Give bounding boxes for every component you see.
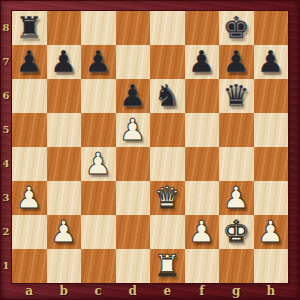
file-label-b: b <box>47 284 82 300</box>
square-d6[interactable]: ♟ <box>116 79 151 113</box>
square-f8[interactable] <box>185 11 220 45</box>
square-e5[interactable] <box>150 113 185 147</box>
square-f7[interactable]: ♟ <box>185 45 220 79</box>
white-king-piece: ♚ <box>219 215 254 249</box>
square-e2[interactable] <box>150 215 185 249</box>
square-e8[interactable] <box>150 11 185 45</box>
white-pawn-piece: ♟ <box>254 215 289 249</box>
white-pawn-piece: ♟ <box>219 181 254 215</box>
square-f5[interactable] <box>185 113 220 147</box>
black-pawn-piece: ♟ <box>185 45 220 79</box>
square-h8[interactable] <box>254 11 289 45</box>
chess-board: ♜♚♟♟♟♟♟♟♟♞♛♟♟♟♛♟♟♟♚♟♜ <box>12 11 288 283</box>
square-h4[interactable] <box>254 147 289 181</box>
square-f4[interactable] <box>185 147 220 181</box>
square-d1[interactable] <box>116 249 151 283</box>
square-b1[interactable] <box>47 249 82 283</box>
square-h3[interactable] <box>254 181 289 215</box>
black-knight-piece: ♞ <box>150 79 185 113</box>
rank-label-8: 8 <box>0 11 12 45</box>
square-a2[interactable] <box>12 215 47 249</box>
square-h1[interactable] <box>254 249 289 283</box>
file-label-h: h <box>254 284 289 300</box>
chess-board-frame: 87654321 abcdefgh ♜♚♟♟♟♟♟♟♟♞♛♟♟♟♛♟♟♟♚♟♜ <box>0 0 300 300</box>
file-labels: abcdefgh <box>12 284 288 300</box>
square-b4[interactable] <box>47 147 82 181</box>
file-label-g: g <box>219 284 254 300</box>
square-c2[interactable] <box>81 215 116 249</box>
square-c8[interactable] <box>81 11 116 45</box>
rank-label-4: 4 <box>0 147 12 181</box>
square-c4[interactable]: ♟ <box>81 147 116 181</box>
square-g3[interactable]: ♟ <box>219 181 254 215</box>
square-e4[interactable] <box>150 147 185 181</box>
square-f2[interactable]: ♟ <box>185 215 220 249</box>
square-f3[interactable] <box>185 181 220 215</box>
square-d3[interactable] <box>116 181 151 215</box>
square-g4[interactable] <box>219 147 254 181</box>
square-c6[interactable] <box>81 79 116 113</box>
rank-label-2: 2 <box>0 215 12 249</box>
rank-label-5: 5 <box>0 113 12 147</box>
square-g6[interactable]: ♛ <box>219 79 254 113</box>
file-label-d: d <box>116 284 151 300</box>
square-b3[interactable] <box>47 181 82 215</box>
square-a5[interactable] <box>12 113 47 147</box>
square-e1[interactable]: ♜ <box>150 249 185 283</box>
white-queen-piece: ♛ <box>150 181 185 215</box>
square-h2[interactable]: ♟ <box>254 215 289 249</box>
black-pawn-piece: ♟ <box>47 45 82 79</box>
square-a1[interactable] <box>12 249 47 283</box>
file-label-c: c <box>81 284 116 300</box>
black-pawn-piece: ♟ <box>116 79 151 113</box>
square-g1[interactable] <box>219 249 254 283</box>
square-e7[interactable] <box>150 45 185 79</box>
square-g2[interactable]: ♚ <box>219 215 254 249</box>
white-pawn-piece: ♟ <box>81 147 116 181</box>
square-e6[interactable]: ♞ <box>150 79 185 113</box>
square-g7[interactable]: ♟ <box>219 45 254 79</box>
black-pawn-piece: ♟ <box>81 45 116 79</box>
square-a6[interactable] <box>12 79 47 113</box>
white-pawn-piece: ♟ <box>47 215 82 249</box>
square-d2[interactable] <box>116 215 151 249</box>
white-pawn-piece: ♟ <box>116 113 151 147</box>
file-label-a: a <box>12 284 47 300</box>
square-c1[interactable] <box>81 249 116 283</box>
square-d7[interactable] <box>116 45 151 79</box>
square-a8[interactable]: ♜ <box>12 11 47 45</box>
black-king-piece: ♚ <box>219 11 254 45</box>
rank-label-3: 3 <box>0 181 12 215</box>
square-b2[interactable]: ♟ <box>47 215 82 249</box>
square-b7[interactable]: ♟ <box>47 45 82 79</box>
rank-labels: 87654321 <box>0 11 12 283</box>
square-f1[interactable] <box>185 249 220 283</box>
file-label-e: e <box>150 284 185 300</box>
black-rook-piece: ♜ <box>12 11 47 45</box>
black-pawn-piece: ♟ <box>254 45 289 79</box>
square-e3[interactable]: ♛ <box>150 181 185 215</box>
square-a3[interactable]: ♟ <box>12 181 47 215</box>
square-b6[interactable] <box>47 79 82 113</box>
square-c3[interactable] <box>81 181 116 215</box>
file-label-f: f <box>185 284 220 300</box>
square-b5[interactable] <box>47 113 82 147</box>
square-g8[interactable]: ♚ <box>219 11 254 45</box>
square-d8[interactable] <box>116 11 151 45</box>
white-rook-piece: ♜ <box>150 249 185 283</box>
black-queen-piece: ♛ <box>219 79 254 113</box>
square-c7[interactable]: ♟ <box>81 45 116 79</box>
black-pawn-piece: ♟ <box>12 45 47 79</box>
square-c5[interactable] <box>81 113 116 147</box>
square-h5[interactable] <box>254 113 289 147</box>
square-a7[interactable]: ♟ <box>12 45 47 79</box>
square-b8[interactable] <box>47 11 82 45</box>
square-h7[interactable]: ♟ <box>254 45 289 79</box>
board-wrap: ♜♚♟♟♟♟♟♟♟♞♛♟♟♟♛♟♟♟♚♟♜ <box>12 11 288 283</box>
white-pawn-piece: ♟ <box>12 181 47 215</box>
square-g5[interactable] <box>219 113 254 147</box>
square-d4[interactable] <box>116 147 151 181</box>
square-d5[interactable]: ♟ <box>116 113 151 147</box>
white-pawn-piece: ♟ <box>185 215 220 249</box>
square-f6[interactable] <box>185 79 220 113</box>
black-pawn-piece: ♟ <box>219 45 254 79</box>
square-a4[interactable] <box>12 147 47 181</box>
square-h6[interactable] <box>254 79 289 113</box>
rank-label-7: 7 <box>0 45 12 79</box>
rank-label-6: 6 <box>0 79 12 113</box>
rank-label-1: 1 <box>0 249 12 283</box>
